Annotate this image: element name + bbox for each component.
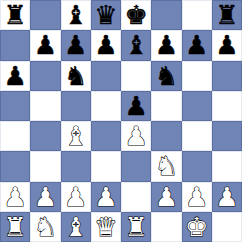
piece-black-rook[interactable]: ♜ <box>215 2 238 28</box>
piece-white-bishop[interactable]: ♝ <box>64 214 87 240</box>
piece-white-knight[interactable]: ♞ <box>34 214 57 240</box>
square-b1[interactable]: ♞ <box>30 212 60 242</box>
piece-white-pawn[interactable]: ♟ <box>124 123 147 149</box>
square-c1[interactable]: ♝ <box>61 212 91 242</box>
square-d2[interactable]: ♟ <box>91 182 121 212</box>
piece-black-pawn[interactable]: ♟ <box>64 32 87 58</box>
square-a3[interactable] <box>0 151 30 181</box>
piece-black-bishop[interactable]: ♝ <box>64 2 87 28</box>
piece-white-bishop[interactable]: ♝ <box>64 123 87 149</box>
piece-white-pawn[interactable]: ♟ <box>94 184 117 210</box>
square-g4[interactable] <box>182 121 212 151</box>
piece-black-knight[interactable]: ♞ <box>155 63 178 89</box>
square-d5[interactable] <box>91 91 121 121</box>
piece-white-rook[interactable]: ♜ <box>124 214 147 240</box>
square-g2[interactable]: ♟ <box>182 182 212 212</box>
square-e7[interactable]: ♝ <box>121 30 151 60</box>
square-b6[interactable] <box>30 61 60 91</box>
square-d3[interactable] <box>91 151 121 181</box>
square-g7[interactable]: ♟ <box>182 30 212 60</box>
piece-black-king[interactable]: ♚ <box>124 2 147 28</box>
square-b2[interactable]: ♟ <box>30 182 60 212</box>
square-f2[interactable]: ♟ <box>151 182 181 212</box>
piece-black-pawn[interactable]: ♟ <box>185 32 208 58</box>
square-b8[interactable] <box>30 0 60 30</box>
square-h2[interactable]: ♟ <box>212 182 242 212</box>
square-a5[interactable] <box>0 91 30 121</box>
piece-black-pawn[interactable]: ♟ <box>94 32 117 58</box>
square-g3[interactable] <box>182 151 212 181</box>
piece-white-pawn[interactable]: ♟ <box>64 184 87 210</box>
square-b3[interactable] <box>30 151 60 181</box>
square-c5[interactable] <box>61 91 91 121</box>
piece-black-queen[interactable]: ♛ <box>94 2 117 28</box>
square-g8[interactable] <box>182 0 212 30</box>
square-g6[interactable] <box>182 61 212 91</box>
square-h8[interactable]: ♜ <box>212 0 242 30</box>
square-a6[interactable]: ♟ <box>0 61 30 91</box>
piece-black-pawn[interactable]: ♟ <box>215 32 238 58</box>
piece-black-pawn[interactable]: ♟ <box>155 32 178 58</box>
chess-board: ♜♝♛♚♜♟♟♟♝♟♟♟♟♞♞♟♝♟♞♟♟♟♟♟♟♟♜♞♝♛♜♚ <box>0 0 242 242</box>
square-b7[interactable]: ♟ <box>30 30 60 60</box>
piece-white-rook[interactable]: ♜ <box>3 214 26 240</box>
square-g1[interactable]: ♚ <box>182 212 212 242</box>
piece-white-king[interactable]: ♚ <box>185 214 208 240</box>
piece-black-pawn[interactable]: ♟ <box>34 32 57 58</box>
square-e4[interactable]: ♟ <box>121 121 151 151</box>
square-a2[interactable]: ♟ <box>0 182 30 212</box>
piece-white-pawn[interactable]: ♟ <box>3 184 26 210</box>
square-a8[interactable]: ♜ <box>0 0 30 30</box>
piece-black-knight[interactable]: ♞ <box>64 63 87 89</box>
square-h6[interactable] <box>212 61 242 91</box>
square-d8[interactable]: ♛ <box>91 0 121 30</box>
square-e6[interactable] <box>121 61 151 91</box>
square-c2[interactable]: ♟ <box>61 182 91 212</box>
square-c7[interactable]: ♟ <box>61 30 91 60</box>
square-a7[interactable] <box>0 30 30 60</box>
piece-black-rook[interactable]: ♜ <box>3 2 26 28</box>
square-h3[interactable] <box>212 151 242 181</box>
square-d6[interactable] <box>91 61 121 91</box>
square-d1[interactable]: ♛ <box>91 212 121 242</box>
square-b4[interactable] <box>30 121 60 151</box>
square-f1[interactable] <box>151 212 181 242</box>
square-e5[interactable]: ♟ <box>121 91 151 121</box>
square-d7[interactable]: ♟ <box>91 30 121 60</box>
square-h4[interactable] <box>212 121 242 151</box>
square-d4[interactable] <box>91 121 121 151</box>
square-f5[interactable] <box>151 91 181 121</box>
square-g5[interactable] <box>182 91 212 121</box>
square-h5[interactable] <box>212 91 242 121</box>
square-f4[interactable] <box>151 121 181 151</box>
square-f3[interactable]: ♞ <box>151 151 181 181</box>
square-a1[interactable]: ♜ <box>0 212 30 242</box>
square-c3[interactable] <box>61 151 91 181</box>
square-c6[interactable]: ♞ <box>61 61 91 91</box>
piece-white-knight[interactable]: ♞ <box>155 153 178 179</box>
square-h7[interactable]: ♟ <box>212 30 242 60</box>
square-e2[interactable] <box>121 182 151 212</box>
square-c4[interactable]: ♝ <box>61 121 91 151</box>
square-e3[interactable] <box>121 151 151 181</box>
square-f7[interactable]: ♟ <box>151 30 181 60</box>
square-c8[interactable]: ♝ <box>61 0 91 30</box>
square-a4[interactable] <box>0 121 30 151</box>
piece-black-bishop[interactable]: ♝ <box>124 32 147 58</box>
piece-white-queen[interactable]: ♛ <box>94 214 117 240</box>
square-f8[interactable] <box>151 0 181 30</box>
square-h1[interactable] <box>212 212 242 242</box>
piece-white-pawn[interactable]: ♟ <box>155 184 178 210</box>
square-f6[interactable]: ♞ <box>151 61 181 91</box>
piece-white-pawn[interactable]: ♟ <box>34 184 57 210</box>
piece-white-pawn[interactable]: ♟ <box>185 184 208 210</box>
square-e8[interactable]: ♚ <box>121 0 151 30</box>
piece-black-pawn[interactable]: ♟ <box>3 63 26 89</box>
piece-black-pawn[interactable]: ♟ <box>124 93 147 119</box>
piece-white-pawn[interactable]: ♟ <box>215 184 238 210</box>
square-b5[interactable] <box>30 91 60 121</box>
square-e1[interactable]: ♜ <box>121 212 151 242</box>
